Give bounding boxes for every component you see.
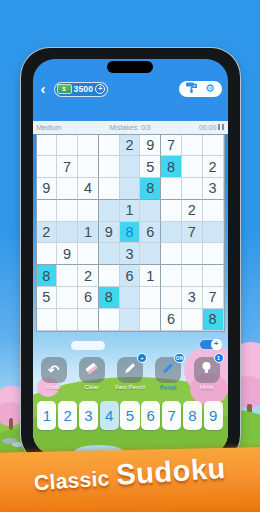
phone-notch: [107, 61, 153, 73]
coin-balance[interactable]: $ 3500 +: [54, 82, 109, 97]
cell-r9c8[interactable]: [182, 309, 203, 331]
banner-word-sudoku: Sudoku: [115, 452, 226, 492]
cell-r3c6[interactable]: 8: [140, 178, 161, 200]
cell-r1c7[interactable]: 7: [161, 135, 182, 157]
cell-r1c4[interactable]: [99, 135, 120, 157]
cell-r7c1[interactable]: 8: [37, 265, 58, 287]
cell-r8c1[interactable]: 5: [37, 287, 58, 309]
numpad-key-4[interactable]: 4: [100, 401, 119, 430]
cell-r5c9[interactable]: [203, 222, 224, 244]
phone-screen: ‹ $ 3500 + ⚙: [33, 59, 228, 455]
cell-r9c7[interactable]: 6: [161, 309, 182, 331]
cell-r7c3[interactable]: 2: [78, 265, 99, 287]
cell-r2c3[interactable]: [78, 156, 99, 178]
cell-r4c4[interactable]: [99, 200, 120, 222]
cell-r8c7[interactable]: [161, 287, 182, 309]
numpad: 123456789: [33, 401, 228, 430]
cell-r8c6[interactable]: [140, 287, 161, 309]
cell-r4c5[interactable]: 1: [120, 200, 141, 222]
cell-r5c6[interactable]: 6: [140, 222, 161, 244]
cell-r9c5[interactable]: [120, 309, 141, 331]
cell-r9c6[interactable]: [140, 309, 161, 331]
pencil-on-badge: ON: [174, 353, 186, 363]
paint-roller-icon[interactable]: [185, 80, 198, 98]
cell-r6c3[interactable]: [78, 243, 99, 265]
cell-r2c2[interactable]: 7: [57, 156, 78, 178]
cell-r5c4[interactable]: 9: [99, 222, 120, 244]
cell-r3c9[interactable]: 3: [203, 178, 224, 200]
cell-r6c8[interactable]: [182, 243, 203, 265]
cell-r3c8[interactable]: [182, 178, 203, 200]
cell-r3c2[interactable]: [57, 178, 78, 200]
numpad-key-8[interactable]: 8: [183, 401, 202, 430]
add-coins-button[interactable]: +: [95, 84, 105, 94]
pause-button[interactable]: [218, 124, 223, 130]
cell-r9c4[interactable]: [99, 309, 120, 331]
cell-r5c8[interactable]: 7: [182, 222, 203, 244]
cell-r5c1[interactable]: 2: [37, 222, 58, 244]
pencil-label: Pencil: [160, 384, 176, 390]
cell-r7c5[interactable]: 6: [120, 265, 141, 287]
pencil-icon: [161, 361, 175, 379]
fast-pencil-label: Fast Pencil: [115, 384, 145, 390]
banner-title: Classic Sudoku: [0, 449, 260, 499]
numpad-key-6[interactable]: 6: [141, 401, 160, 430]
cell-r4c8[interactable]: 2: [182, 200, 203, 222]
settings-gear-icon[interactable]: ⚙: [205, 83, 215, 94]
hints-button[interactable]: 1 Hints: [192, 357, 222, 390]
back-button[interactable]: ‹: [41, 81, 46, 97]
cell-r1c5[interactable]: 2: [120, 135, 141, 157]
undo-label: Undo: [46, 384, 60, 390]
eraser-icon: [84, 361, 99, 379]
cell-r6c4[interactable]: [99, 243, 120, 265]
numpad-key-7[interactable]: 7: [162, 401, 181, 430]
cell-r4c7[interactable]: [161, 200, 182, 222]
mistakes-counter: Mistakes: 0/3: [110, 124, 151, 131]
cell-r1c8[interactable]: [182, 135, 203, 157]
cell-r7c9[interactable]: [203, 265, 224, 287]
cell-r2c4[interactable]: [99, 156, 120, 178]
clear-button[interactable]: Clear: [77, 357, 107, 390]
cell-r6c1[interactable]: [37, 243, 58, 265]
cell-r2c7[interactable]: 8: [161, 156, 182, 178]
cell-r7c7[interactable]: [161, 265, 182, 287]
cell-r8c9[interactable]: 7: [203, 287, 224, 309]
phone-frame: ‹ $ 3500 + ⚙: [20, 47, 241, 465]
cell-r7c6[interactable]: 1: [140, 265, 161, 287]
cell-r1c2[interactable]: [57, 135, 78, 157]
cell-r4c1[interactable]: [37, 200, 58, 222]
light-bulb-icon: [200, 361, 213, 379]
fast-pencil-badge: +: [137, 353, 147, 363]
cell-r5c3[interactable]: 1: [78, 222, 99, 244]
fast-pencil-button[interactable]: + Fast Pencil: [115, 357, 145, 390]
title-banner: Classic Sudoku: [0, 447, 260, 512]
banner-word-classic: Classic: [33, 466, 110, 495]
numpad-key-9[interactable]: 9: [204, 401, 223, 430]
cell-r3c3[interactable]: 4: [78, 178, 99, 200]
clear-label: Clear: [85, 384, 99, 390]
cell-r2c5[interactable]: [120, 156, 141, 178]
status-bar: Medium Mistakes: 0/3 00:00: [33, 121, 228, 134]
cell-r6c7[interactable]: [161, 243, 182, 265]
sudoku-board: 29775829483122198679382615683768: [36, 134, 225, 332]
cell-r5c7[interactable]: [161, 222, 182, 244]
numpad-key-1[interactable]: 1: [37, 401, 56, 430]
cell-r7c2[interactable]: [57, 265, 78, 287]
cell-r2c8[interactable]: [182, 156, 203, 178]
cell-r4c3[interactable]: [78, 200, 99, 222]
cell-r4c9[interactable]: [203, 200, 224, 222]
quick-note-toggle[interactable]: +: [199, 339, 223, 350]
cell-r8c2[interactable]: [57, 287, 78, 309]
cell-r8c5[interactable]: [120, 287, 141, 309]
cell-r1c6[interactable]: 9: [140, 135, 161, 157]
app-top-bar: ‹ $ 3500 + ⚙: [33, 81, 228, 99]
cell-r8c4[interactable]: 8: [99, 287, 120, 309]
cell-r4c6[interactable]: [140, 200, 161, 222]
cell-r5c5[interactable]: 8: [120, 222, 141, 244]
cell-r9c2[interactable]: [57, 309, 78, 331]
ad-canvas: ‹ $ 3500 + ⚙: [0, 0, 260, 512]
toolbar: ↶ Undo Clear: [33, 357, 228, 390]
toggle-knob[interactable]: +: [211, 339, 222, 350]
numpad-key-2[interactable]: 2: [58, 401, 77, 430]
cell-r3c5[interactable]: [120, 178, 141, 200]
undo-button[interactable]: ↶ Undo: [39, 357, 69, 390]
cell-r1c1[interactable]: [37, 135, 58, 157]
cell-r5c2[interactable]: [57, 222, 78, 244]
fast-pencil-icon: [123, 361, 137, 379]
hints-badge: 1: [214, 353, 224, 363]
numpad-key-3[interactable]: 3: [79, 401, 98, 430]
difficulty-label: Medium: [37, 124, 62, 131]
cloud: [71, 341, 105, 350]
cell-r7c4[interactable]: [99, 265, 120, 287]
cell-r9c9[interactable]: 8: [203, 309, 224, 331]
cell-r6c5[interactable]: 3: [120, 243, 141, 265]
cell-r2c6[interactable]: 5: [140, 156, 161, 178]
numpad-key-5[interactable]: 5: [120, 401, 139, 430]
cell-r4c2[interactable]: [57, 200, 78, 222]
coin-amount: 3500: [74, 84, 94, 94]
cell-r8c3[interactable]: 6: [78, 287, 99, 309]
cell-r2c9[interactable]: 2: [203, 156, 224, 178]
cell-r3c1[interactable]: 9: [37, 178, 58, 200]
timer: 00:00: [199, 124, 217, 131]
top-actions: ⚙: [179, 81, 222, 97]
cell-r3c4[interactable]: [99, 178, 120, 200]
pencil-button[interactable]: ON Pencil: [153, 357, 183, 390]
cell-r7c8[interactable]: [182, 265, 203, 287]
undo-icon: ↶: [48, 363, 60, 377]
cell-r1c3[interactable]: [78, 135, 99, 157]
cell-r1c9[interactable]: [203, 135, 224, 157]
cell-r9c1[interactable]: [37, 309, 58, 331]
cell-r8c8[interactable]: 3: [182, 287, 203, 309]
hints-label: Hints: [200, 384, 214, 390]
cell-r6c2[interactable]: 9: [57, 243, 78, 265]
cell-r2c1[interactable]: [37, 156, 58, 178]
banknote-icon: $: [57, 84, 72, 94]
cell-r9c3[interactable]: [78, 309, 99, 331]
cell-r6c9[interactable]: [203, 243, 224, 265]
cell-r6c6[interactable]: [140, 243, 161, 265]
tree-trunk-left: [9, 418, 13, 430]
cell-r3c7[interactable]: [161, 178, 182, 200]
